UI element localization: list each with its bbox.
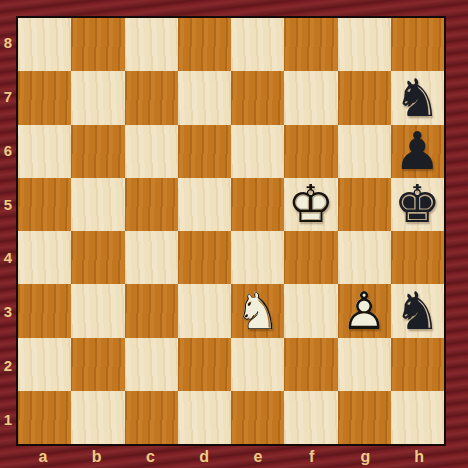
square-e7[interactable] [231, 71, 284, 124]
square-d5[interactable] [178, 178, 231, 231]
square-c5[interactable] [125, 178, 178, 231]
square-b1[interactable] [71, 391, 124, 444]
rank-labels: 87654321 [0, 16, 16, 446]
black-king[interactable]: ♚ [391, 178, 444, 231]
square-f4[interactable] [284, 231, 337, 284]
chess-board: ♞♟♚♔♚♞♘♟♙♞ [16, 16, 446, 446]
square-d3[interactable] [178, 284, 231, 337]
white-knight: ♞ [231, 284, 284, 337]
square-a5[interactable] [18, 178, 71, 231]
file-label-e: e [231, 446, 285, 468]
square-a8[interactable] [18, 18, 71, 71]
square-e5[interactable] [231, 178, 284, 231]
square-b6[interactable] [71, 125, 124, 178]
black-pawn[interactable]: ♟ [391, 125, 444, 178]
square-f7[interactable] [284, 71, 337, 124]
square-f2[interactable] [284, 338, 337, 391]
square-f1[interactable] [284, 391, 337, 444]
square-f3[interactable] [284, 284, 337, 337]
square-g3[interactable]: ♟♙ [338, 284, 391, 337]
square-h2[interactable] [391, 338, 444, 391]
rank-label-1: 1 [0, 392, 16, 446]
board-frame: 87654321 ♞♟♚♔♚♞♘♟♙♞ abcdefgh [0, 0, 468, 468]
file-label-d: d [177, 446, 231, 468]
square-c7[interactable] [125, 71, 178, 124]
square-d4[interactable] [178, 231, 231, 284]
square-f6[interactable] [284, 125, 337, 178]
file-label-h: h [392, 446, 446, 468]
square-b3[interactable] [71, 284, 124, 337]
file-label-g: g [339, 446, 393, 468]
square-d2[interactable] [178, 338, 231, 391]
square-b2[interactable] [71, 338, 124, 391]
black-knight[interactable]: ♞ [391, 284, 444, 337]
square-e1[interactable] [231, 391, 284, 444]
file-label-b: b [70, 446, 124, 468]
rank-label-4: 4 [0, 231, 16, 285]
square-g6[interactable] [338, 125, 391, 178]
square-c2[interactable] [125, 338, 178, 391]
square-d8[interactable] [178, 18, 231, 71]
file-label-f: f [285, 446, 339, 468]
white-king[interactable]: ♔ [284, 178, 337, 231]
square-h5[interactable]: ♚ [391, 178, 444, 231]
square-h3[interactable]: ♞ [391, 284, 444, 337]
square-h8[interactable] [391, 18, 444, 71]
square-c3[interactable] [125, 284, 178, 337]
square-e3[interactable]: ♞♘ [231, 284, 284, 337]
square-g2[interactable] [338, 338, 391, 391]
white-pawn[interactable]: ♙ [338, 284, 391, 337]
rank-label-5: 5 [0, 177, 16, 231]
square-c1[interactable] [125, 391, 178, 444]
square-c6[interactable] [125, 125, 178, 178]
square-e4[interactable] [231, 231, 284, 284]
rank-label-8: 8 [0, 16, 16, 70]
rank-label-7: 7 [0, 70, 16, 124]
square-a4[interactable] [18, 231, 71, 284]
square-b5[interactable] [71, 178, 124, 231]
square-h6[interactable]: ♟ [391, 125, 444, 178]
square-a2[interactable] [18, 338, 71, 391]
square-a3[interactable] [18, 284, 71, 337]
square-b4[interactable] [71, 231, 124, 284]
square-g4[interactable] [338, 231, 391, 284]
square-d7[interactable] [178, 71, 231, 124]
square-g1[interactable] [338, 391, 391, 444]
square-e8[interactable] [231, 18, 284, 71]
white-knight[interactable]: ♘ [231, 284, 284, 337]
square-g8[interactable] [338, 18, 391, 71]
square-b7[interactable] [71, 71, 124, 124]
white-pawn: ♟ [338, 284, 391, 337]
square-c4[interactable] [125, 231, 178, 284]
square-h1[interactable] [391, 391, 444, 444]
file-label-c: c [124, 446, 178, 468]
square-a1[interactable] [18, 391, 71, 444]
file-label-a: a [16, 446, 70, 468]
square-h7[interactable]: ♞ [391, 71, 444, 124]
file-labels: abcdefgh [16, 446, 446, 468]
square-a7[interactable] [18, 71, 71, 124]
white-king: ♚ [284, 178, 337, 231]
square-a6[interactable] [18, 125, 71, 178]
square-b8[interactable] [71, 18, 124, 71]
black-knight[interactable]: ♞ [391, 71, 444, 124]
rank-label-6: 6 [0, 124, 16, 178]
square-d1[interactable] [178, 391, 231, 444]
rank-label-3: 3 [0, 285, 16, 339]
square-f8[interactable] [284, 18, 337, 71]
square-e2[interactable] [231, 338, 284, 391]
square-g5[interactable] [338, 178, 391, 231]
square-h4[interactable] [391, 231, 444, 284]
square-c8[interactable] [125, 18, 178, 71]
square-f5[interactable]: ♚♔ [284, 178, 337, 231]
rank-label-2: 2 [0, 339, 16, 393]
square-g7[interactable] [338, 71, 391, 124]
square-e6[interactable] [231, 125, 284, 178]
square-d6[interactable] [178, 125, 231, 178]
